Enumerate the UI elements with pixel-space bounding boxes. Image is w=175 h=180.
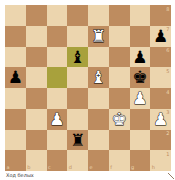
square-c3[interactable]: ♟ [47,109,68,130]
piece-white-rook[interactable]: ♜ [88,26,109,47]
square-c8[interactable] [47,5,68,26]
square-g8[interactable] [130,5,151,26]
square-f7[interactable] [109,26,130,47]
square-h7[interactable]: ♟7 [150,26,171,47]
file-label-e: e [90,165,93,170]
square-h1[interactable]: h1 [150,150,171,171]
square-f4[interactable] [109,88,130,109]
rank-label-4: 4 [166,90,169,95]
square-f8[interactable] [109,5,130,26]
resize-gripper-icon[interactable] [168,173,174,179]
rank-label-3: 3 [166,110,169,115]
square-c7[interactable] [47,26,68,47]
piece-black-king[interactable]: ♚ [130,67,151,88]
piece-black-rook[interactable]: ♜ [67,130,88,151]
piece-black-bishop[interactable]: ♝ [67,47,88,68]
rank-label-2: 2 [166,131,169,136]
piece-white-bishop[interactable]: ♝ [88,67,109,88]
rank-label-6: 6 [166,48,169,53]
square-a6[interactable] [5,47,26,68]
file-label-a: a [7,165,10,170]
square-e1[interactable]: e [88,150,109,171]
square-g3[interactable] [130,109,151,130]
square-d5[interactable] [67,67,88,88]
square-a3[interactable] [5,109,26,130]
square-b3[interactable] [26,109,47,130]
square-b7[interactable] [26,26,47,47]
square-e6[interactable] [88,47,109,68]
piece-white-pawn[interactable]: ♟ [47,109,68,130]
square-d1[interactable]: d [67,150,88,171]
square-e4[interactable] [88,88,109,109]
square-b2[interactable] [26,130,47,151]
square-g6[interactable]: ♟ [130,47,151,68]
square-h2[interactable]: 2 [150,130,171,151]
square-b5[interactable] [26,67,47,88]
square-f2[interactable] [109,130,130,151]
file-label-d: d [69,165,72,170]
square-b8[interactable] [26,5,47,26]
square-e8[interactable] [88,5,109,26]
square-d8[interactable] [67,5,88,26]
square-c5[interactable] [47,67,68,88]
square-e2[interactable] [88,130,109,151]
file-label-f: f [110,165,112,170]
square-f3[interactable]: ♚ [109,109,130,130]
rank-label-5: 5 [166,69,169,74]
chess-diagram-page: 8♜♟7♝♟6♟♝♚5♟4♟♚♟3♜2abcdefgh1 Ход белых [0,0,175,180]
square-d7[interactable] [67,26,88,47]
square-d3[interactable] [67,109,88,130]
rank-label-8: 8 [166,7,169,12]
square-b6[interactable] [26,47,47,68]
file-label-g: g [131,165,134,170]
square-h3[interactable]: ♟3 [150,109,171,130]
square-a1[interactable]: a [5,150,26,171]
square-d4[interactable] [67,88,88,109]
square-b4[interactable] [26,88,47,109]
rank-label-1: 1 [166,152,169,157]
square-f1[interactable]: f [109,150,130,171]
square-c6[interactable] [47,47,68,68]
file-label-b: b [27,165,30,170]
square-c2[interactable] [47,130,68,151]
square-a2[interactable] [5,130,26,151]
square-g4[interactable]: ♟ [130,88,151,109]
piece-black-pawn[interactable]: ♟ [5,67,26,88]
square-e3[interactable] [88,109,109,130]
square-e5[interactable]: ♝ [88,67,109,88]
square-a7[interactable] [5,26,26,47]
square-c4[interactable] [47,88,68,109]
square-e7[interactable]: ♜ [88,26,109,47]
file-label-c: c [48,165,51,170]
square-g2[interactable] [130,130,151,151]
square-g7[interactable] [130,26,151,47]
chess-board[interactable]: 8♜♟7♝♟6♟♝♚5♟4♟♚♟3♜2abcdefgh1 [5,5,171,171]
turn-caption: Ход белых [6,172,34,178]
piece-black-pawn[interactable]: ♟ [130,47,151,68]
square-a8[interactable] [5,5,26,26]
square-a4[interactable] [5,88,26,109]
square-d6[interactable]: ♝ [67,47,88,68]
piece-white-pawn[interactable]: ♟ [130,88,151,109]
rank-label-7: 7 [166,27,169,32]
square-g1[interactable]: g [130,150,151,171]
file-label-h: h [152,165,155,170]
square-a5[interactable]: ♟ [5,67,26,88]
square-g5[interactable]: ♚ [130,67,151,88]
square-h5[interactable]: 5 [150,67,171,88]
piece-white-king[interactable]: ♚ [109,109,130,130]
square-c1[interactable]: c [47,150,68,171]
square-f6[interactable] [109,47,130,68]
square-b1[interactable]: b [26,150,47,171]
square-h4[interactable]: 4 [150,88,171,109]
square-f5[interactable] [109,67,130,88]
square-h6[interactable]: 6 [150,47,171,68]
square-d2[interactable]: ♜ [67,130,88,151]
square-h8[interactable]: 8 [150,5,171,26]
